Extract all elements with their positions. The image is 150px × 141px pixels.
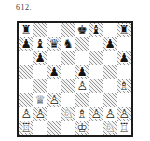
square-b2: ♙ <box>33 107 47 121</box>
black-bishop-piece: ♝ <box>33 37 47 51</box>
square-d5 <box>61 65 75 79</box>
square-g4 <box>103 79 117 93</box>
square-b7: ♝ <box>33 37 47 51</box>
square-f6 <box>89 51 103 65</box>
black-pawn-piece: ♟ <box>117 51 131 65</box>
square-f1 <box>89 121 103 135</box>
square-a1: ♖ <box>19 121 33 135</box>
white-king-piece: ♔ <box>75 121 89 135</box>
square-h3 <box>117 93 131 107</box>
square-e6 <box>75 51 89 65</box>
square-c2 <box>47 107 61 121</box>
square-c5: ♟ <box>47 65 61 79</box>
book-page: 612. ♜♚♝♜♟♝♛♞♟♟♟♟♟♙♗♕♙♙♙♘♗♙♙♙♖♔♘♖ <box>0 0 150 141</box>
black-queen-piece: ♛ <box>47 37 61 51</box>
white-knight-piece: ♘ <box>61 107 75 121</box>
white-queen-piece: ♕ <box>33 93 47 107</box>
square-d4 <box>61 79 75 93</box>
square-a2: ♙ <box>19 107 33 121</box>
square-h2: ♙ <box>117 107 131 121</box>
black-pawn-piece: ♟ <box>75 65 89 79</box>
black-pawn-piece: ♟ <box>103 37 117 51</box>
square-g3 <box>103 93 117 107</box>
square-g7: ♟ <box>103 37 117 51</box>
square-e5: ♟ <box>75 65 89 79</box>
square-e1: ♔ <box>75 121 89 135</box>
square-c4 <box>47 79 61 93</box>
square-g8 <box>103 23 117 37</box>
square-a6 <box>19 51 33 65</box>
white-pawn-piece: ♙ <box>47 93 61 107</box>
square-d7: ♞ <box>61 37 75 51</box>
square-d1 <box>61 121 75 135</box>
square-b3: ♕ <box>33 93 47 107</box>
square-e3 <box>75 93 89 107</box>
square-e2: ♗ <box>75 107 89 121</box>
black-pawn-piece: ♟ <box>19 37 33 51</box>
square-g6 <box>103 51 117 65</box>
square-e7 <box>75 37 89 51</box>
square-g1: ♘ <box>103 121 117 135</box>
black-pawn-piece: ♟ <box>33 51 47 65</box>
white-pawn-piece: ♙ <box>103 107 117 121</box>
white-rook-piece: ♖ <box>117 121 131 135</box>
square-b4 <box>33 79 47 93</box>
square-a4 <box>19 79 33 93</box>
white-pawn-piece: ♙ <box>75 79 89 93</box>
black-rook-piece: ♜ <box>19 23 33 37</box>
square-c6 <box>47 51 61 65</box>
square-e4: ♙ <box>75 79 89 93</box>
square-h8: ♜ <box>117 23 131 37</box>
black-knight-piece: ♞ <box>61 37 75 51</box>
square-h7 <box>117 37 131 51</box>
square-e8: ♚ <box>75 23 89 37</box>
square-h6: ♟ <box>117 51 131 65</box>
square-h4: ♗ <box>117 79 131 93</box>
square-f3 <box>89 93 103 107</box>
diagram-number: 612. <box>16 3 32 12</box>
white-rook-piece: ♖ <box>19 121 33 135</box>
square-a5 <box>19 65 33 79</box>
square-a8: ♜ <box>19 23 33 37</box>
white-knight-piece: ♘ <box>103 121 117 135</box>
square-h5 <box>117 65 131 79</box>
square-c1 <box>47 121 61 135</box>
black-king-piece: ♚ <box>75 23 89 37</box>
white-pawn-piece: ♙ <box>117 107 131 121</box>
square-f2: ♙ <box>89 107 103 121</box>
black-rook-piece: ♜ <box>117 23 131 37</box>
square-f8: ♝ <box>89 23 103 37</box>
square-a7: ♟ <box>19 37 33 51</box>
square-b5 <box>33 65 47 79</box>
square-b1 <box>33 121 47 135</box>
square-d6 <box>61 51 75 65</box>
white-bishop-piece: ♗ <box>117 79 131 93</box>
white-pawn-piece: ♙ <box>89 107 103 121</box>
white-pawn-piece: ♙ <box>33 107 47 121</box>
square-d8 <box>61 23 75 37</box>
square-h1: ♖ <box>117 121 131 135</box>
square-b8 <box>33 23 47 37</box>
square-g2: ♙ <box>103 107 117 121</box>
black-bishop-piece: ♝ <box>89 23 103 37</box>
chess-board: ♜♚♝♜♟♝♛♞♟♟♟♟♟♙♗♕♙♙♙♘♗♙♙♙♖♔♘♖ <box>17 21 133 137</box>
square-f7 <box>89 37 103 51</box>
square-f5 <box>89 65 103 79</box>
square-g5 <box>103 65 117 79</box>
white-bishop-piece: ♗ <box>75 107 89 121</box>
square-d3 <box>61 93 75 107</box>
square-c7: ♛ <box>47 37 61 51</box>
square-f4 <box>89 79 103 93</box>
square-b6: ♟ <box>33 51 47 65</box>
square-c3: ♙ <box>47 93 61 107</box>
square-c8 <box>47 23 61 37</box>
white-pawn-piece: ♙ <box>19 107 33 121</box>
square-d2: ♘ <box>61 107 75 121</box>
black-pawn-piece: ♟ <box>47 65 61 79</box>
square-a3 <box>19 93 33 107</box>
